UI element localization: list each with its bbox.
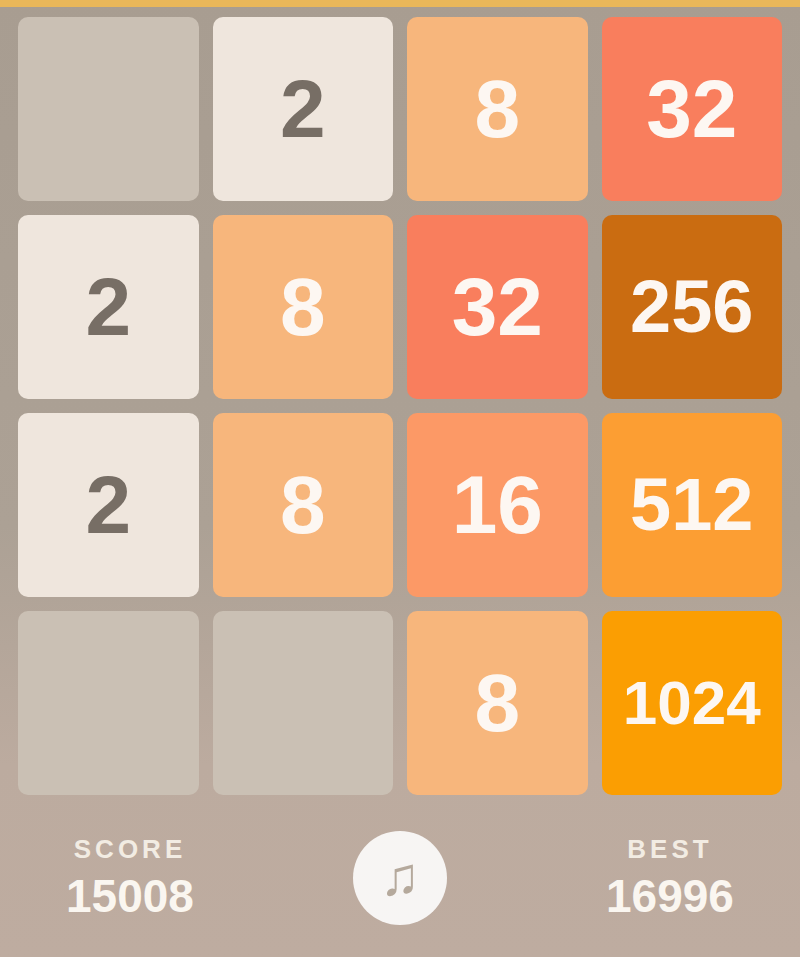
tile-1024: 1024 bbox=[602, 611, 783, 795]
score-value: 15008 bbox=[50, 869, 210, 923]
best-panel: BEST 16996 bbox=[590, 834, 750, 923]
tile-8: 8 bbox=[407, 17, 588, 201]
music-button[interactable]: ♫ bbox=[353, 831, 447, 925]
tile-2: 2 bbox=[18, 215, 199, 399]
tile-8: 8 bbox=[213, 413, 394, 597]
tile-32: 32 bbox=[407, 215, 588, 399]
tile-256: 256 bbox=[602, 215, 783, 399]
tile-32: 32 bbox=[602, 17, 783, 201]
music-note-icon: ♫ bbox=[380, 849, 421, 903]
score-label: SCORE bbox=[50, 834, 210, 865]
best-label: BEST bbox=[590, 834, 750, 865]
empty-cell bbox=[18, 611, 199, 795]
tile-512: 512 bbox=[602, 413, 783, 597]
top-edge-strip bbox=[0, 0, 800, 7]
tile-8: 8 bbox=[213, 215, 394, 399]
best-value: 16996 bbox=[590, 869, 750, 923]
board-grid[interactable]: 28322832256281651281024 bbox=[0, 7, 800, 809]
score-panel: SCORE 15008 bbox=[50, 834, 210, 923]
tile-2: 2 bbox=[18, 413, 199, 597]
tile-8: 8 bbox=[407, 611, 588, 795]
empty-cell bbox=[213, 611, 394, 795]
tile-16: 16 bbox=[407, 413, 588, 597]
bottom-hud: SCORE 15008 ♫ BEST 16996 bbox=[0, 809, 800, 957]
tile-2: 2 bbox=[213, 17, 394, 201]
empty-cell bbox=[18, 17, 199, 201]
